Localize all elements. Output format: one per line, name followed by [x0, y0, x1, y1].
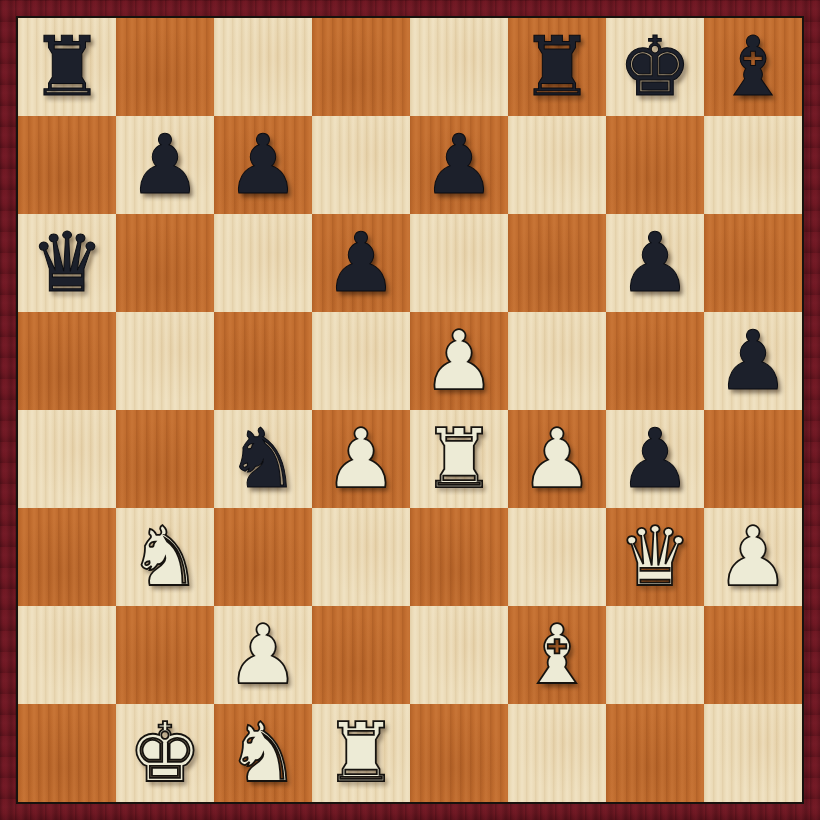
piece-white-pawn[interactable]: ♟: [520, 410, 594, 508]
square-c3[interactable]: [214, 508, 312, 606]
square-c8[interactable]: [214, 18, 312, 116]
piece-black-pawn[interactable]: ♟: [324, 214, 398, 312]
piece-black-pawn[interactable]: ♟: [226, 116, 300, 214]
piece-black-pawn[interactable]: ♟: [422, 116, 496, 214]
square-e3[interactable]: [410, 508, 508, 606]
square-d4[interactable]: ♟: [312, 410, 410, 508]
square-a3[interactable]: [18, 508, 116, 606]
piece-white-pawn[interactable]: ♟: [324, 410, 398, 508]
square-e1[interactable]: [410, 704, 508, 802]
square-d7[interactable]: [312, 116, 410, 214]
square-f3[interactable]: [508, 508, 606, 606]
square-d5[interactable]: [312, 312, 410, 410]
square-g5[interactable]: [606, 312, 704, 410]
square-c4[interactable]: ♞: [214, 410, 312, 508]
piece-white-king[interactable]: ♚: [128, 704, 202, 802]
square-a2[interactable]: [18, 606, 116, 704]
square-h2[interactable]: [704, 606, 802, 704]
square-h1[interactable]: [704, 704, 802, 802]
piece-black-knight[interactable]: ♞: [226, 410, 300, 508]
square-f7[interactable]: [508, 116, 606, 214]
piece-white-rook[interactable]: ♜: [324, 704, 398, 802]
square-f5[interactable]: [508, 312, 606, 410]
square-g7[interactable]: [606, 116, 704, 214]
piece-white-queen[interactable]: ♛: [618, 508, 692, 606]
square-d1[interactable]: ♜: [312, 704, 410, 802]
square-c1[interactable]: ♞: [214, 704, 312, 802]
square-g8[interactable]: ♚: [606, 18, 704, 116]
square-g3[interactable]: ♛: [606, 508, 704, 606]
square-f4[interactable]: ♟: [508, 410, 606, 508]
square-h5[interactable]: ♟: [704, 312, 802, 410]
piece-black-rook[interactable]: ♜: [30, 18, 104, 116]
square-d8[interactable]: [312, 18, 410, 116]
square-c5[interactable]: [214, 312, 312, 410]
square-a5[interactable]: [18, 312, 116, 410]
square-f6[interactable]: [508, 214, 606, 312]
square-a8[interactable]: ♜: [18, 18, 116, 116]
square-e4[interactable]: ♜: [410, 410, 508, 508]
square-e5[interactable]: ♟: [410, 312, 508, 410]
square-f1[interactable]: [508, 704, 606, 802]
piece-black-pawn[interactable]: ♟: [618, 410, 692, 508]
square-d3[interactable]: [312, 508, 410, 606]
square-a4[interactable]: [18, 410, 116, 508]
square-e6[interactable]: [410, 214, 508, 312]
square-g4[interactable]: ♟: [606, 410, 704, 508]
piece-white-pawn[interactable]: ♟: [422, 312, 496, 410]
square-g1[interactable]: [606, 704, 704, 802]
piece-black-pawn[interactable]: ♟: [716, 312, 790, 410]
piece-black-king[interactable]: ♚: [618, 18, 692, 116]
square-e7[interactable]: ♟: [410, 116, 508, 214]
piece-black-rook[interactable]: ♜: [520, 18, 594, 116]
square-a1[interactable]: [18, 704, 116, 802]
piece-white-pawn[interactable]: ♟: [226, 606, 300, 704]
piece-white-knight[interactable]: ♞: [128, 508, 202, 606]
square-b3[interactable]: ♞: [116, 508, 214, 606]
square-c2[interactable]: ♟: [214, 606, 312, 704]
square-a7[interactable]: [18, 116, 116, 214]
square-f8[interactable]: ♜: [508, 18, 606, 116]
square-g2[interactable]: [606, 606, 704, 704]
square-h4[interactable]: [704, 410, 802, 508]
square-b8[interactable]: [116, 18, 214, 116]
square-d2[interactable]: [312, 606, 410, 704]
board-frame: ♜♜♚♝♟♟♟♛♟♟♟♟♞♟♜♟♟♞♛♟♟♝♚♞♜: [0, 0, 820, 820]
square-c7[interactable]: ♟: [214, 116, 312, 214]
square-e2[interactable]: [410, 606, 508, 704]
piece-black-bishop[interactable]: ♝: [716, 18, 790, 116]
square-h8[interactable]: ♝: [704, 18, 802, 116]
square-b4[interactable]: [116, 410, 214, 508]
square-e8[interactable]: [410, 18, 508, 116]
chess-board: ♜♜♚♝♟♟♟♛♟♟♟♟♞♟♜♟♟♞♛♟♟♝♚♞♜: [16, 16, 804, 804]
square-h3[interactable]: ♟: [704, 508, 802, 606]
square-d6[interactable]: ♟: [312, 214, 410, 312]
piece-white-bishop[interactable]: ♝: [520, 606, 594, 704]
square-b2[interactable]: [116, 606, 214, 704]
piece-white-knight[interactable]: ♞: [226, 704, 300, 802]
piece-black-pawn[interactable]: ♟: [618, 214, 692, 312]
piece-white-pawn[interactable]: ♟: [716, 508, 790, 606]
square-b6[interactable]: [116, 214, 214, 312]
square-c6[interactable]: [214, 214, 312, 312]
piece-white-rook[interactable]: ♜: [422, 410, 496, 508]
square-a6[interactable]: ♛: [18, 214, 116, 312]
square-h7[interactable]: [704, 116, 802, 214]
square-g6[interactable]: ♟: [606, 214, 704, 312]
square-b1[interactable]: ♚: [116, 704, 214, 802]
square-f2[interactable]: ♝: [508, 606, 606, 704]
piece-black-queen[interactable]: ♛: [30, 214, 104, 312]
square-b7[interactable]: ♟: [116, 116, 214, 214]
piece-black-pawn[interactable]: ♟: [128, 116, 202, 214]
square-h6[interactable]: [704, 214, 802, 312]
square-b5[interactable]: [116, 312, 214, 410]
